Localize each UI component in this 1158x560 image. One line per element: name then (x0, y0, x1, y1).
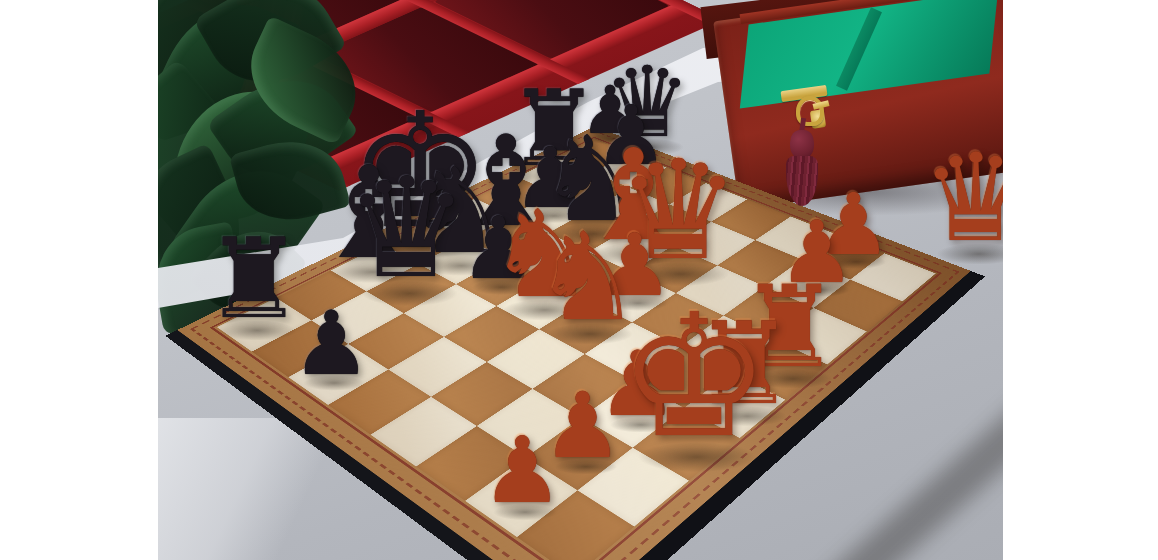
chess-set-photograph: ♜♝♚♜♛♞♝♟♟♟♟♞♞♝♞♟♛♟♟♟♟♟♚♜♜♟♛♛ (158, 0, 1003, 560)
red-pawn-a2[interactable]: ♟ (481, 426, 563, 518)
screenshot-canvas: ♜♝♚♜♛♞♝♟♟♟♟♞♞♝♞♟♛♟♟♟♟♟♚♜♜♟♛♛ (0, 0, 1158, 560)
black-rook-a8[interactable]: ♜ (205, 225, 304, 336)
black-pawn-a6[interactable]: ♟ (292, 299, 371, 387)
pieces-layer: ♜♝♚♜♛♞♝♟♟♟♟♞♞♝♞♟♛♟♟♟♟♟♚♜♜♟♛♛ (158, 0, 1003, 560)
black-queen-c7[interactable]: ♛ (345, 160, 469, 298)
spare-red-queen-by-box[interactable]: ♛ (922, 138, 1003, 259)
red-king-c1[interactable]: ♚ (618, 292, 770, 462)
